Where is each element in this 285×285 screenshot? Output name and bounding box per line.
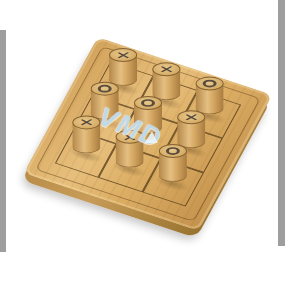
o-mark: ○: [97, 85, 111, 93]
o-mark: ○: [203, 80, 217, 88]
product-photo[interactable]: ✕ ✕ ○: [0, 0, 285, 285]
photo-edge-right: [278, 0, 285, 246]
x-mark: ✕: [78, 117, 94, 127]
photo-edge-left: [0, 30, 6, 252]
peg-top: ✕: [109, 48, 137, 62]
peg-x-r3c2: ✕: [115, 130, 143, 168]
x-mark: ✕: [122, 132, 138, 142]
peg-top: ✕: [72, 116, 100, 130]
x-mark: ✕: [159, 64, 175, 74]
peg-o-r2c2: ○: [134, 96, 162, 134]
peg-top: ○: [196, 76, 224, 90]
x-mark: ✕: [115, 49, 131, 59]
peg-top: ○: [134, 96, 162, 110]
o-mark: ○: [141, 99, 155, 107]
peg-x-r3c1: ✕: [72, 116, 100, 154]
peg-o-r3c3: ○: [159, 144, 187, 182]
peg-x-r1c2: ✕: [152, 62, 180, 100]
peg-o-r1c3: ○: [196, 76, 224, 114]
peg-x-r1c1: ✕: [109, 48, 137, 86]
peg-top: ✕: [152, 62, 180, 76]
peg-x-r2c3: ✕: [178, 110, 206, 148]
peg-o-r2c1: ○: [90, 82, 118, 120]
peg-top: ○: [90, 82, 118, 96]
tic-tac-toe-board: ✕ ✕ ○: [23, 37, 272, 231]
x-mark: ✕: [184, 112, 200, 122]
o-mark: ○: [166, 148, 180, 156]
